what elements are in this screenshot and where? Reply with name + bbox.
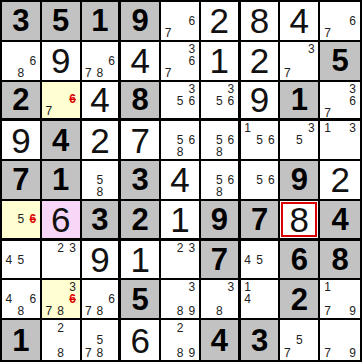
pencil-marks: 179 <box>321 281 359 317</box>
candidate-7: 7 <box>83 305 95 317</box>
pencil-marks: 45 <box>3 242 39 278</box>
candidate-3: 3 <box>225 83 237 95</box>
cell-r1c2[interactable]: 5 <box>42 2 82 42</box>
solved-digit: 2 <box>210 3 229 38</box>
candidate-8: 8 <box>55 346 67 359</box>
pencil-marks: 568 <box>202 162 237 198</box>
candidate-1: 1 <box>242 122 254 134</box>
pencil-marks: 79 <box>321 321 359 359</box>
cell-r3c9[interactable]: 367 <box>320 82 360 122</box>
candidate-2: 2 <box>174 321 186 334</box>
cell-r5c1[interactable]: 7 <box>2 161 42 201</box>
solved-digit: 7 <box>130 123 149 158</box>
cell-r1c4[interactable]: 9 <box>121 2 161 42</box>
given-digit: 1 <box>91 5 108 36</box>
candidate-3: 3 <box>346 83 359 95</box>
candidate-7: 7 <box>321 305 334 317</box>
candidate-8: 8 <box>174 346 186 359</box>
candidate-8: 8 <box>55 305 67 317</box>
pencil-marks: 678 <box>83 281 118 317</box>
cell-r3c6[interactable]: 356 <box>201 82 241 122</box>
candidate-2: 2 <box>55 321 67 334</box>
cell-r4c2[interactable]: 4 <box>42 121 82 161</box>
candidate-6: 6 <box>27 55 39 67</box>
candidate-7: 7 <box>321 346 334 359</box>
cell-r6c9[interactable]: 4 <box>320 201 360 241</box>
solved-digit: 4 <box>90 82 109 117</box>
pencil-marks: 156 <box>242 122 278 158</box>
candidate-4: 4 <box>242 293 254 305</box>
pencil-marks: 38 <box>202 281 237 317</box>
cell-r8c7[interactable]: 14 <box>241 280 281 320</box>
cell-r2c8[interactable]: 37 <box>280 42 320 82</box>
cell-r8c4[interactable]: 5 <box>121 280 161 320</box>
pencil-marks: 56 <box>3 202 39 237</box>
cell-r9c6[interactable]: 4 <box>201 320 241 360</box>
given-digit: 4 <box>211 325 228 356</box>
given-digit: 3 <box>251 325 268 356</box>
candidate-6: 6 <box>225 174 237 186</box>
candidate-3: 3 <box>186 83 198 95</box>
cell-r8c9[interactable]: 179 <box>320 280 360 320</box>
given-digit: 2 <box>132 204 149 235</box>
cell-r2c5[interactable]: 367 <box>161 42 201 82</box>
candidate-7: 7 <box>43 305 55 317</box>
candidate-5: 5 <box>293 134 305 146</box>
candidate-5: 5 <box>254 254 266 266</box>
cell-r6c2[interactable]: 6 <box>42 201 82 241</box>
cell-r1c1[interactable]: 3 <box>2 2 42 42</box>
candidate-6: 6 <box>27 293 39 305</box>
cell-r2c3[interactable]: 678 <box>82 42 122 82</box>
given-digit: 4 <box>52 125 69 156</box>
cell-r7c4[interactable]: 1 <box>121 241 161 281</box>
candidate-4: 4 <box>3 254 15 266</box>
cell-r9c3[interactable]: 578 <box>82 320 122 360</box>
pencil-marks: 57 <box>281 321 317 359</box>
solved-digit: 4 <box>290 3 309 38</box>
given-digit: 8 <box>331 244 348 275</box>
cell-r4c5[interactable]: 568 <box>161 121 201 161</box>
candidate-8: 8 <box>213 186 225 198</box>
solved-digit: 8 <box>250 3 269 38</box>
given-digit: 9 <box>291 164 308 195</box>
solved-digit: 1 <box>210 43 229 78</box>
solved-digit: 2 <box>250 43 269 78</box>
candidate-7: 7 <box>281 67 293 79</box>
candidate-7: 7 <box>281 346 293 359</box>
candidate-9: 9 <box>346 346 359 359</box>
candidate-8: 8 <box>94 346 106 359</box>
cell-r2c4[interactable]: 4 <box>121 42 161 82</box>
cell-r9c7[interactable]: 3 <box>241 320 281 360</box>
given-digit: 2 <box>291 284 308 315</box>
cell-r5c4[interactable]: 3 <box>121 161 161 201</box>
candidate-4: 4 <box>3 293 15 305</box>
candidate-7: 7 <box>83 346 95 359</box>
cell-r1c5[interactable]: 67 <box>161 2 201 42</box>
given-digit: 7 <box>12 164 29 195</box>
given-digit: 6 <box>291 244 308 275</box>
pencil-marks: 67 <box>43 83 79 118</box>
candidate-7: 7 <box>83 67 95 79</box>
candidate-3: 3 <box>186 43 198 55</box>
candidate-3: 3 <box>225 281 237 293</box>
candidate-5: 5 <box>254 134 266 146</box>
candidate-8: 8 <box>213 146 225 158</box>
struck-candidate-6: 6 <box>67 293 79 305</box>
cell-r8c6[interactable]: 38 <box>201 280 241 320</box>
pencil-marks: 568 <box>202 122 237 158</box>
given-digit: 1 <box>291 84 308 115</box>
pencil-marks: 356 <box>162 83 198 118</box>
cell-r8c5[interactable]: 389 <box>161 280 201 320</box>
candidate-8: 8 <box>174 305 186 317</box>
cell-r8c8[interactable]: 2 <box>280 280 320 320</box>
cell-r5c9[interactable]: 2 <box>320 161 360 201</box>
candidate-6: 6 <box>106 293 118 305</box>
candidate-5: 5 <box>15 254 27 266</box>
candidate-3: 3 <box>186 242 198 254</box>
candidate-2: 2 <box>174 242 186 254</box>
candidate-6: 6 <box>346 95 359 107</box>
candidate-2: 2 <box>55 242 67 254</box>
cell-r3c7[interactable]: 9 <box>241 82 281 122</box>
cell-r7c9[interactable]: 8 <box>320 241 360 281</box>
given-digit: 5 <box>132 284 149 315</box>
candidate-5: 5 <box>15 213 27 225</box>
solved-digit: 9 <box>51 43 70 78</box>
pencil-marks: 14 <box>242 281 278 317</box>
candidate-8: 8 <box>15 305 27 317</box>
candidate-9: 9 <box>346 305 359 317</box>
cell-r6c5[interactable]: 1 <box>161 201 201 241</box>
candidate-6: 6 <box>186 134 198 146</box>
cell-r7c3[interactable]: 9 <box>82 241 122 281</box>
cell-r7c5[interactable]: 23 <box>161 241 201 281</box>
candidate-6: 6 <box>106 55 118 67</box>
cell-r5c2[interactable]: 1 <box>42 161 82 201</box>
cell-r6c4[interactable]: 2 <box>121 201 161 241</box>
cell-r4c1[interactable]: 9 <box>2 121 42 161</box>
sudoku-board: 3519672846768967843671237526748356356913… <box>0 0 362 362</box>
candidate-6: 6 <box>266 134 278 146</box>
cell-r9c8[interactable]: 57 <box>280 320 320 360</box>
cell-r3c8[interactable]: 1 <box>280 82 320 122</box>
cell-r4c3[interactable]: 2 <box>82 121 122 161</box>
pencil-marks: 578 <box>83 321 118 359</box>
candidate-5: 5 <box>174 95 186 107</box>
candidate-4: 4 <box>242 254 254 266</box>
pencil-marks: 367 <box>321 83 359 118</box>
given-digit: 1 <box>52 164 69 195</box>
candidate-8: 8 <box>94 305 106 317</box>
candidate-8: 8 <box>213 305 225 317</box>
cell-r1c9[interactable]: 67 <box>320 2 360 42</box>
cell-r5c3[interactable]: 58 <box>82 161 122 201</box>
given-digit: 7 <box>251 204 268 235</box>
cell-r9c5[interactable]: 289 <box>161 320 201 360</box>
cell-r3c1[interactable]: 2 <box>2 82 42 122</box>
solved-digit: 1 <box>170 202 189 237</box>
cell-r4c4[interactable]: 7 <box>121 121 161 161</box>
candidate-3: 3 <box>305 43 317 55</box>
cell-r2c1[interactable]: 68 <box>2 42 42 82</box>
pencil-marks: 13 <box>321 122 359 158</box>
candidate-6: 6 <box>186 95 198 107</box>
candidate-7: 7 <box>321 27 334 39</box>
candidate-8: 8 <box>174 146 186 158</box>
candidate-8: 8 <box>15 67 27 79</box>
given-digit: 7 <box>211 244 228 275</box>
cell-r1c7[interactable]: 8 <box>241 2 281 42</box>
candidate-7: 7 <box>43 105 55 117</box>
pencil-marks: 367 <box>162 43 198 79</box>
cell-r9c1[interactable]: 1 <box>2 320 42 360</box>
pencil-marks: 389 <box>162 281 198 317</box>
solved-digit: 8 <box>290 202 309 237</box>
cell-r4c8[interactable]: 35 <box>280 121 320 161</box>
candidate-5: 5 <box>213 95 225 107</box>
candidate-6: 6 <box>266 174 278 186</box>
pencil-marks: 28 <box>43 321 79 359</box>
cell-r8c2[interactable]: 3678 <box>42 280 82 320</box>
cell-r8c1[interactable]: 468 <box>2 280 42 320</box>
cell-r7c2[interactable]: 23 <box>42 241 82 281</box>
given-digit: 9 <box>211 204 228 235</box>
pencil-marks: 67 <box>321 3 359 39</box>
cell-r2c6[interactable]: 1 <box>201 42 241 82</box>
given-digit: 3 <box>132 164 149 195</box>
cell-r5c6[interactable]: 568 <box>201 161 241 201</box>
given-digit: 8 <box>132 84 149 115</box>
struck-candidate-6: 6 <box>67 93 79 105</box>
candidate-3: 3 <box>305 122 317 134</box>
cell-r4c7[interactable]: 156 <box>241 121 281 161</box>
solved-digit: 2 <box>330 162 349 197</box>
solved-digit: 4 <box>170 162 189 197</box>
cell-r2c9[interactable]: 5 <box>320 42 360 82</box>
candidate-9: 9 <box>186 346 198 359</box>
cell-r9c4[interactable]: 6 <box>121 320 161 360</box>
solved-digit: 9 <box>250 82 269 117</box>
pencil-marks: 58 <box>83 162 118 198</box>
cell-r3c5[interactable]: 356 <box>161 82 201 122</box>
pencil-marks: 356 <box>202 83 237 118</box>
candidate-6: 6 <box>225 95 237 107</box>
pencil-marks: 568 <box>162 122 198 158</box>
candidate-3: 3 <box>67 242 79 254</box>
solved-digit: 4 <box>130 43 149 78</box>
pencil-marks: 45 <box>242 242 278 278</box>
given-digit: 9 <box>132 5 149 36</box>
candidate-6: 6 <box>186 55 198 67</box>
cell-r3c2[interactable]: 67 <box>42 82 82 122</box>
pencil-marks: 67 <box>162 3 198 39</box>
candidate-7: 7 <box>162 27 174 39</box>
candidate-8: 8 <box>94 67 106 79</box>
candidate-6: 6 <box>186 15 198 27</box>
cell-r6c7[interactable]: 7 <box>241 201 281 241</box>
candidate-7: 7 <box>162 67 174 79</box>
solved-digit: 9 <box>90 242 109 277</box>
solved-digit: 9 <box>11 123 30 158</box>
pencil-marks: 23 <box>162 242 198 278</box>
pencil-marks: 56 <box>242 162 278 198</box>
cell-r7c1[interactable]: 45 <box>2 241 42 281</box>
solved-digit: 2 <box>90 123 109 158</box>
candidate-3: 3 <box>186 281 198 293</box>
candidate-3: 3 <box>346 122 359 134</box>
given-digit: 1 <box>12 325 29 356</box>
cell-r3c3[interactable]: 4 <box>82 82 122 122</box>
given-digit: 3 <box>12 5 29 36</box>
candidate-7: 7 <box>321 107 334 119</box>
solved-digit: 6 <box>51 202 70 237</box>
pencil-marks: 468 <box>3 281 39 317</box>
pencil-marks: 35 <box>281 122 317 158</box>
candidate-5: 5 <box>254 174 266 186</box>
pencil-marks: 37 <box>281 43 317 79</box>
pencil-marks: 23 <box>43 242 79 278</box>
struck-candidate-6: 6 <box>27 213 39 225</box>
solved-digit: 6 <box>130 323 149 358</box>
pencil-marks: 289 <box>162 321 198 359</box>
cell-r3c4[interactable]: 8 <box>121 82 161 122</box>
candidate-1: 1 <box>321 122 334 134</box>
cell-r9c2[interactable]: 28 <box>42 320 82 360</box>
cell-r9c9[interactable]: 79 <box>320 320 360 360</box>
cell-r2c2[interactable]: 9 <box>42 42 82 82</box>
cell-r1c3[interactable]: 1 <box>82 2 122 42</box>
cell-r6c1[interactable]: 56 <box>2 201 42 241</box>
cell-r4c6[interactable]: 568 <box>201 121 241 161</box>
candidate-9: 9 <box>186 305 198 317</box>
cell-r5c5[interactable]: 4 <box>161 161 201 201</box>
candidate-8: 8 <box>94 186 106 198</box>
given-digit: 2 <box>12 84 29 115</box>
cell-r1c6[interactable]: 2 <box>201 2 241 42</box>
solved-digit: 1 <box>130 242 149 277</box>
pencil-marks: 678 <box>83 43 118 79</box>
candidate-6: 6 <box>225 134 237 146</box>
cell-r6c6[interactable]: 9 <box>201 201 241 241</box>
candidate-5: 5 <box>293 334 305 347</box>
cell-r6c8[interactable]: 8 <box>280 201 320 241</box>
cell-r1c8[interactable]: 4 <box>280 2 320 42</box>
given-digit: 5 <box>52 5 69 36</box>
given-digit: 3 <box>91 204 108 235</box>
candidate-1: 1 <box>321 281 334 293</box>
candidate-6: 6 <box>346 15 359 27</box>
cell-r4c9[interactable]: 13 <box>320 121 360 161</box>
cell-r7c8[interactable]: 6 <box>280 241 320 281</box>
cell-r5c7[interactable]: 56 <box>241 161 281 201</box>
given-digit: 5 <box>331 45 348 76</box>
cell-r5c8[interactable]: 9 <box>280 161 320 201</box>
given-digit: 4 <box>331 204 348 235</box>
cell-r7c6[interactable]: 7 <box>201 241 241 281</box>
cell-r2c7[interactable]: 2 <box>241 42 281 82</box>
cell-r8c3[interactable]: 678 <box>82 280 122 320</box>
candidate-5: 5 <box>94 334 106 347</box>
pencil-marks: 68 <box>3 43 39 79</box>
pencil-marks: 3678 <box>43 281 79 317</box>
cell-r6c3[interactable]: 3 <box>82 201 122 241</box>
cell-r7c7[interactable]: 45 <box>241 241 281 281</box>
